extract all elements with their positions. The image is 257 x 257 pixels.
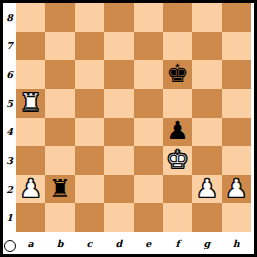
rank-label-7: 7	[3, 32, 16, 61]
square-c2[interactable]	[75, 175, 104, 204]
square-d3[interactable]	[104, 146, 133, 175]
square-c8[interactable]	[75, 3, 104, 32]
square-g7[interactable]	[192, 32, 221, 61]
file-labels: abcdefgh	[16, 233, 251, 253]
black-king[interactable]: ♚	[166, 61, 188, 86]
square-h1[interactable]	[222, 203, 251, 232]
square-e5[interactable]	[134, 89, 163, 118]
square-b1[interactable]	[45, 203, 74, 232]
square-a2[interactable]: ♟	[16, 175, 45, 204]
square-g4[interactable]	[192, 118, 221, 147]
square-b7[interactable]	[45, 32, 74, 61]
square-b3[interactable]	[45, 146, 74, 175]
chess-diagram: ♚♜♟♚♟♜♟♟ 87654321 abcdefgh	[0, 0, 257, 257]
square-e6[interactable]	[134, 60, 163, 89]
square-e1[interactable]	[134, 203, 163, 232]
white-pawn[interactable]: ♟	[19, 176, 41, 201]
square-f7[interactable]	[163, 32, 192, 61]
square-b2[interactable]: ♜	[45, 175, 74, 204]
square-h4[interactable]	[222, 118, 251, 147]
square-c3[interactable]	[75, 146, 104, 175]
square-f2[interactable]	[163, 175, 192, 204]
rank-label-5: 5	[3, 89, 16, 118]
square-h6[interactable]	[222, 60, 251, 89]
square-a5[interactable]: ♜	[16, 89, 45, 118]
square-h8[interactable]	[222, 3, 251, 32]
file-label-h: h	[222, 233, 251, 253]
square-e7[interactable]	[134, 32, 163, 61]
square-f8[interactable]	[163, 3, 192, 32]
file-label-f: f	[163, 233, 192, 253]
file-label-c: c	[75, 233, 104, 253]
square-c1[interactable]	[75, 203, 104, 232]
square-g6[interactable]	[192, 60, 221, 89]
square-b8[interactable]	[45, 3, 74, 32]
square-g5[interactable]	[192, 89, 221, 118]
rank-label-1: 1	[3, 203, 16, 232]
rank-label-8: 8	[3, 3, 16, 32]
square-g3[interactable]	[192, 146, 221, 175]
white-king[interactable]: ♚	[166, 147, 188, 172]
file-label-a: a	[16, 233, 45, 253]
white-pawn[interactable]: ♟	[196, 176, 218, 201]
square-c6[interactable]	[75, 60, 104, 89]
file-label-e: e	[134, 233, 163, 253]
rank-labels: 87654321	[3, 3, 16, 232]
square-a3[interactable]	[16, 146, 45, 175]
square-h3[interactable]	[222, 146, 251, 175]
square-f3[interactable]: ♚	[163, 146, 192, 175]
square-b6[interactable]	[45, 60, 74, 89]
white-pawn[interactable]: ♟	[225, 176, 247, 201]
square-d6[interactable]	[104, 60, 133, 89]
square-d8[interactable]	[104, 3, 133, 32]
square-g1[interactable]	[192, 203, 221, 232]
file-label-d: d	[104, 233, 133, 253]
rank-label-6: 6	[3, 60, 16, 89]
file-label-b: b	[45, 233, 74, 253]
square-e2[interactable]	[134, 175, 163, 204]
square-h5[interactable]	[222, 89, 251, 118]
square-f6[interactable]: ♚	[163, 60, 192, 89]
square-g2[interactable]: ♟	[192, 175, 221, 204]
square-a8[interactable]	[16, 3, 45, 32]
square-a7[interactable]	[16, 32, 45, 61]
square-e3[interactable]	[134, 146, 163, 175]
black-rook[interactable]: ♜	[49, 176, 71, 201]
square-a4[interactable]	[16, 118, 45, 147]
square-a6[interactable]	[16, 60, 45, 89]
square-a1[interactable]	[16, 203, 45, 232]
square-g8[interactable]	[192, 3, 221, 32]
rank-label-4: 4	[3, 118, 16, 147]
rank-label-2: 2	[3, 175, 16, 204]
chess-board: ♚♜♟♚♟♜♟♟	[16, 3, 251, 232]
square-c7[interactable]	[75, 32, 104, 61]
square-d5[interactable]	[104, 89, 133, 118]
square-d4[interactable]	[104, 118, 133, 147]
white-to-move-indicator	[4, 240, 16, 252]
rank-label-3: 3	[3, 146, 16, 175]
square-f4[interactable]: ♟	[163, 118, 192, 147]
square-h2[interactable]: ♟	[222, 175, 251, 204]
square-f1[interactable]	[163, 203, 192, 232]
square-e4[interactable]	[134, 118, 163, 147]
white-rook[interactable]: ♜	[19, 90, 41, 115]
black-pawn[interactable]: ♟	[166, 118, 188, 143]
square-d1[interactable]	[104, 203, 133, 232]
square-b5[interactable]	[45, 89, 74, 118]
square-c4[interactable]	[75, 118, 104, 147]
square-e8[interactable]	[134, 3, 163, 32]
square-h7[interactable]	[222, 32, 251, 61]
square-b4[interactable]	[45, 118, 74, 147]
square-d2[interactable]	[104, 175, 133, 204]
file-label-g: g	[192, 233, 221, 253]
square-f5[interactable]	[163, 89, 192, 118]
square-d7[interactable]	[104, 32, 133, 61]
square-c5[interactable]	[75, 89, 104, 118]
